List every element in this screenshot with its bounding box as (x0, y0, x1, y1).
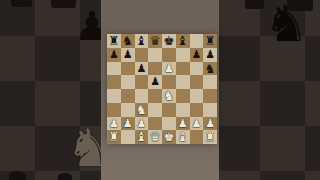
square-a6[interactable] (107, 62, 121, 76)
white-pawn: ♟ (164, 62, 174, 76)
backdrop-piece-base (51, 0, 76, 8)
black-knight-silhouette-icon: ♞ (264, 0, 309, 49)
square-g1[interactable] (190, 130, 204, 144)
square-a5[interactable] (107, 75, 121, 89)
square-g5[interactable] (190, 75, 204, 89)
white-queen: ♛ (150, 130, 161, 144)
black-bishop: ♝ (136, 34, 147, 48)
square-c4[interactable] (135, 89, 149, 103)
black-pawn: ♟ (123, 48, 133, 62)
square-c3[interactable]: ♞ (135, 103, 149, 117)
backdrop-pawn-top (58, 173, 72, 180)
square-d6[interactable] (148, 62, 162, 76)
square-a8[interactable]: ♜ (107, 34, 121, 48)
square-b4[interactable] (121, 89, 135, 103)
square-h8[interactable]: ♜ (203, 34, 217, 48)
square-h6[interactable]: ♞ (203, 62, 217, 76)
white-rook: ♜ (205, 130, 216, 144)
square-b7[interactable]: ♟ (121, 48, 135, 62)
white-knight: ♞ (163, 89, 174, 103)
black-king: ♚ (163, 34, 174, 48)
white-pawn: ♟ (178, 117, 188, 131)
square-e2[interactable] (162, 117, 176, 131)
square-g3[interactable] (190, 103, 204, 117)
square-e3[interactable] (162, 103, 176, 117)
square-a2[interactable]: ♟ (107, 117, 121, 131)
square-f7[interactable] (176, 48, 190, 62)
square-a4[interactable] (107, 89, 121, 103)
square-e7[interactable] (162, 48, 176, 62)
square-g2[interactable]: ♟ (190, 117, 204, 131)
square-b2[interactable]: ♟ (121, 117, 135, 131)
black-rook: ♜ (205, 34, 216, 48)
square-d2[interactable] (148, 117, 162, 131)
square-d8[interactable]: ♛ (148, 34, 162, 48)
square-c8[interactable]: ♝ (135, 34, 149, 48)
square-d1[interactable]: ♛ (148, 130, 162, 144)
square-b8[interactable]: ♞ (121, 34, 135, 48)
square-f4[interactable] (176, 89, 190, 103)
white-rook: ♜ (108, 130, 119, 144)
square-h2[interactable]: ♟ (203, 117, 217, 131)
black-bishop: ♝ (177, 34, 188, 48)
square-d3[interactable] (148, 103, 162, 117)
square-c5[interactable] (135, 75, 149, 89)
square-e6[interactable]: ♟ (162, 62, 176, 76)
white-king: ♚ (163, 130, 174, 144)
square-h5[interactable] (203, 75, 217, 89)
square-c7[interactable] (135, 48, 149, 62)
square-f6[interactable] (176, 62, 190, 76)
square-b6[interactable] (121, 62, 135, 76)
square-f8[interactable]: ♝ (176, 34, 190, 48)
black-pawn: ♟ (136, 62, 146, 76)
square-b5[interactable] (121, 75, 135, 89)
white-pawn: ♟ (191, 117, 201, 131)
backdrop-pawn-top (9, 171, 26, 180)
square-e4[interactable]: ♞ (162, 89, 176, 103)
black-pawn: ♟ (150, 75, 160, 89)
white-pawn: ♟ (123, 117, 133, 131)
square-h4[interactable] (203, 89, 217, 103)
white-bishop: ♝ (136, 130, 147, 144)
square-g8[interactable] (190, 34, 204, 48)
white-bishop: ♝ (177, 130, 188, 144)
square-b3[interactable] (121, 103, 135, 117)
black-pawn: ♟ (191, 48, 201, 62)
black-pawn: ♟ (109, 48, 119, 62)
square-h7[interactable]: ♟ (203, 48, 217, 62)
square-d4[interactable] (148, 89, 162, 103)
square-g7[interactable]: ♟ (190, 48, 204, 62)
square-f2[interactable]: ♟ (176, 117, 190, 131)
backdrop-piece-base (245, 0, 264, 9)
square-d5[interactable]: ♟ (148, 75, 162, 89)
square-f3[interactable] (176, 103, 190, 117)
square-g6[interactable] (190, 62, 204, 76)
black-queen: ♛ (150, 34, 161, 48)
white-pawn: ♟ (205, 117, 215, 131)
black-knight: ♞ (122, 34, 133, 48)
square-c1[interactable]: ♝ (135, 130, 149, 144)
black-rook: ♜ (108, 34, 119, 48)
square-e1[interactable]: ♚ (162, 130, 176, 144)
square-a1[interactable]: ♜ (107, 130, 121, 144)
black-knight: ♞ (205, 62, 216, 76)
black-pawn: ♟ (205, 48, 215, 62)
white-pawn: ♟ (109, 117, 119, 131)
white-knight: ♞ (136, 103, 147, 117)
square-c2[interactable]: ♟ (135, 117, 149, 131)
square-g4[interactable] (190, 89, 204, 103)
square-d7[interactable] (148, 48, 162, 62)
chess-board: ♜♞♝♛♚♝♜♟♟♟♟♟♟♞♟♞♞♟♟♟♟♟♟♜♝♛♚♝♜ (107, 34, 217, 144)
video-frame: ♟ ♞ ♞ ♜♞♝♛♚♝♜♟♟♟♟♟♟♞♟♞♞♟♟♟♟♟♟♜♝♛♚♝♜ (0, 0, 320, 180)
video-strip: ♜♞♝♛♚♝♜♟♟♟♟♟♟♞♟♞♞♟♟♟♟♟♟♜♝♛♚♝♜ (101, 0, 219, 180)
square-a3[interactable] (107, 103, 121, 117)
square-h1[interactable]: ♜ (203, 130, 217, 144)
square-c6[interactable]: ♟ (135, 62, 149, 76)
square-f1[interactable]: ♝ (176, 130, 190, 144)
square-h3[interactable] (203, 103, 217, 117)
square-f5[interactable] (176, 75, 190, 89)
white-pawn: ♟ (136, 117, 146, 131)
backdrop-piece-base (11, 0, 32, 7)
square-a7[interactable]: ♟ (107, 48, 121, 62)
square-e5[interactable] (162, 75, 176, 89)
square-e8[interactable]: ♚ (162, 34, 176, 48)
square-b1[interactable] (121, 130, 135, 144)
